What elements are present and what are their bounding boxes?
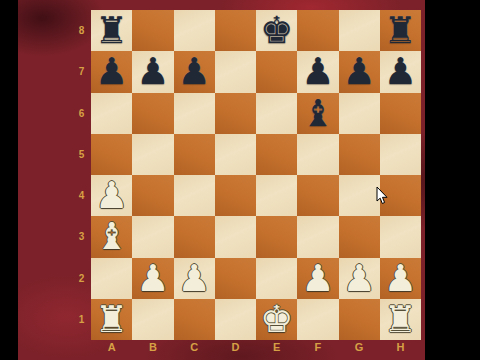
piece-black-pawn[interactable]: ♟ bbox=[301, 51, 334, 92]
piece-white-bishop[interactable]: ♝ bbox=[95, 216, 128, 257]
piece-white-pawn[interactable]: ♟ bbox=[95, 175, 128, 216]
piece-black-rook[interactable]: ♜ bbox=[384, 10, 417, 51]
square-h5[interactable] bbox=[380, 134, 421, 175]
square-e6[interactable] bbox=[256, 93, 297, 134]
piece-white-pawn[interactable]: ♟ bbox=[301, 258, 334, 299]
square-h8[interactable]: ♜ bbox=[380, 10, 421, 51]
square-d4[interactable] bbox=[215, 175, 256, 216]
rank-label-2: 2 bbox=[73, 258, 90, 299]
square-f7[interactable]: ♟ bbox=[297, 51, 338, 92]
square-c8[interactable] bbox=[174, 10, 215, 51]
rank-label-5: 5 bbox=[73, 134, 90, 175]
mouse-cursor-icon bbox=[376, 186, 389, 205]
square-b6[interactable] bbox=[132, 93, 173, 134]
piece-black-pawn[interactable]: ♟ bbox=[178, 51, 211, 92]
rank-label-6: 6 bbox=[73, 93, 90, 134]
square-e1[interactable]: ♚ bbox=[256, 299, 297, 340]
piece-black-king[interactable]: ♚ bbox=[260, 10, 293, 51]
square-h3[interactable] bbox=[380, 216, 421, 257]
square-h1[interactable]: ♜ bbox=[380, 299, 421, 340]
square-e8[interactable]: ♚ bbox=[256, 10, 297, 51]
file-label-a: A bbox=[91, 338, 132, 355]
square-b1[interactable] bbox=[132, 299, 173, 340]
square-b4[interactable] bbox=[132, 175, 173, 216]
square-f8[interactable] bbox=[297, 10, 338, 51]
rank-label-1: 1 bbox=[73, 299, 90, 340]
square-f3[interactable] bbox=[297, 216, 338, 257]
square-a2[interactable] bbox=[91, 258, 132, 299]
square-h7[interactable]: ♟ bbox=[380, 51, 421, 92]
file-label-h: H bbox=[380, 338, 421, 355]
square-g6[interactable] bbox=[339, 93, 380, 134]
square-f1[interactable] bbox=[297, 299, 338, 340]
piece-black-bishop[interactable]: ♝ bbox=[301, 93, 334, 134]
square-f2[interactable]: ♟ bbox=[297, 258, 338, 299]
square-c3[interactable] bbox=[174, 216, 215, 257]
piece-white-rook[interactable]: ♜ bbox=[95, 299, 128, 340]
piece-black-pawn[interactable]: ♟ bbox=[95, 51, 128, 92]
square-a8[interactable]: ♜ bbox=[91, 10, 132, 51]
piece-white-pawn[interactable]: ♟ bbox=[136, 258, 169, 299]
square-h6[interactable] bbox=[380, 93, 421, 134]
piece-black-pawn[interactable]: ♟ bbox=[384, 51, 417, 92]
piece-black-pawn[interactable]: ♟ bbox=[343, 51, 376, 92]
square-c4[interactable] bbox=[174, 175, 215, 216]
board-frame: 87654321 ♜♚♜♟♟♟♟♟♟♝♟♝♟♟♟♟♟♜♚♜ ABCDEFGH bbox=[18, 0, 425, 360]
square-b7[interactable]: ♟ bbox=[132, 51, 173, 92]
square-g5[interactable] bbox=[339, 134, 380, 175]
file-label-b: B bbox=[132, 338, 173, 355]
square-e3[interactable] bbox=[256, 216, 297, 257]
letterbox-right bbox=[425, 0, 480, 360]
square-b8[interactable] bbox=[132, 10, 173, 51]
square-f6[interactable]: ♝ bbox=[297, 93, 338, 134]
rank-labels: 87654321 bbox=[73, 10, 90, 340]
square-f5[interactable] bbox=[297, 134, 338, 175]
piece-black-pawn[interactable]: ♟ bbox=[136, 51, 169, 92]
square-b2[interactable]: ♟ bbox=[132, 258, 173, 299]
file-labels: ABCDEFGH bbox=[91, 338, 421, 355]
piece-white-pawn[interactable]: ♟ bbox=[384, 258, 417, 299]
square-c6[interactable] bbox=[174, 93, 215, 134]
square-d1[interactable] bbox=[215, 299, 256, 340]
piece-black-rook[interactable]: ♜ bbox=[95, 10, 128, 51]
square-d6[interactable] bbox=[215, 93, 256, 134]
square-h2[interactable]: ♟ bbox=[380, 258, 421, 299]
square-d8[interactable] bbox=[215, 10, 256, 51]
square-a5[interactable] bbox=[91, 134, 132, 175]
square-d2[interactable] bbox=[215, 258, 256, 299]
square-g8[interactable] bbox=[339, 10, 380, 51]
square-e7[interactable] bbox=[256, 51, 297, 92]
piece-white-rook[interactable]: ♜ bbox=[384, 299, 417, 340]
square-g3[interactable] bbox=[339, 216, 380, 257]
square-f4[interactable] bbox=[297, 175, 338, 216]
rank-label-7: 7 bbox=[73, 51, 90, 92]
square-g2[interactable]: ♟ bbox=[339, 258, 380, 299]
square-d3[interactable] bbox=[215, 216, 256, 257]
square-e5[interactable] bbox=[256, 134, 297, 175]
file-label-f: F bbox=[297, 338, 338, 355]
square-c2[interactable]: ♟ bbox=[174, 258, 215, 299]
rank-label-4: 4 bbox=[73, 175, 90, 216]
square-d5[interactable] bbox=[215, 134, 256, 175]
square-a1[interactable]: ♜ bbox=[91, 299, 132, 340]
square-e4[interactable] bbox=[256, 175, 297, 216]
square-c5[interactable] bbox=[174, 134, 215, 175]
square-g4[interactable] bbox=[339, 175, 380, 216]
file-label-d: D bbox=[215, 338, 256, 355]
piece-white-king[interactable]: ♚ bbox=[260, 299, 293, 340]
piece-white-pawn[interactable]: ♟ bbox=[343, 258, 376, 299]
square-b5[interactable] bbox=[132, 134, 173, 175]
square-b3[interactable] bbox=[132, 216, 173, 257]
square-g7[interactable]: ♟ bbox=[339, 51, 380, 92]
rank-label-3: 3 bbox=[73, 216, 90, 257]
square-a6[interactable] bbox=[91, 93, 132, 134]
file-label-g: G bbox=[339, 338, 380, 355]
square-a3[interactable]: ♝ bbox=[91, 216, 132, 257]
square-c1[interactable] bbox=[174, 299, 215, 340]
square-a7[interactable]: ♟ bbox=[91, 51, 132, 92]
rank-label-8: 8 bbox=[73, 10, 90, 51]
file-label-c: C bbox=[174, 338, 215, 355]
letterbox-left bbox=[0, 0, 18, 360]
square-g1[interactable] bbox=[339, 299, 380, 340]
square-d7[interactable] bbox=[215, 51, 256, 92]
chess-board: ♜♚♜♟♟♟♟♟♟♝♟♝♟♟♟♟♟♜♚♜ bbox=[91, 10, 421, 340]
file-label-e: E bbox=[256, 338, 297, 355]
square-e2[interactable] bbox=[256, 258, 297, 299]
square-c7[interactable]: ♟ bbox=[174, 51, 215, 92]
square-a4[interactable]: ♟ bbox=[91, 175, 132, 216]
piece-white-pawn[interactable]: ♟ bbox=[178, 258, 211, 299]
